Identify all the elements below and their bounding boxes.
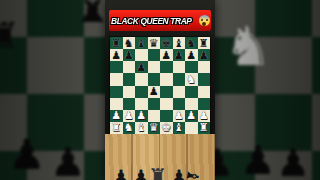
- square-b4: [123, 86, 136, 98]
- tray-rook-icon: ♜: [148, 166, 168, 180]
- black-rook-icon: ♜: [111, 38, 121, 49]
- black-pawn-icon: ♟: [124, 50, 134, 61]
- black-pawn-icon: ♟: [161, 50, 171, 61]
- square-f8: ♝: [173, 37, 186, 49]
- square-c6: ♟: [135, 61, 148, 73]
- black-pawn-icon: ♟: [136, 62, 146, 73]
- square-d1: ♛: [148, 122, 161, 134]
- square-h2: ♟: [198, 110, 211, 122]
- square-e4: [160, 86, 173, 98]
- square-h1: ♜: [198, 122, 211, 134]
- square-f1: ♝: [173, 122, 186, 134]
- square-b3: [123, 98, 136, 110]
- square-d3: [148, 98, 161, 110]
- square-c8: ♝: [135, 37, 148, 49]
- white-bishop-icon: ♝: [174, 122, 184, 133]
- square-a1: ♜: [110, 122, 123, 134]
- white-rook-icon: ♜: [199, 122, 209, 133]
- black-knight-icon: ♞: [186, 38, 196, 49]
- black-pawn-icon: ♟: [149, 86, 159, 97]
- square-c1: ♝: [135, 122, 148, 134]
- tray-pawn-icon: ♟: [112, 167, 130, 180]
- square-d8: ♛: [148, 37, 161, 49]
- square-a8: ♜: [110, 37, 123, 49]
- white-knight-icon: ♞: [186, 74, 196, 85]
- square-e6: [160, 61, 173, 73]
- square-g4: [185, 86, 198, 98]
- black-queen-icon: ♛: [149, 38, 159, 49]
- video-frame[interactable]: ♝ ♜ ♞ ♟ ♟ ♟ ♟ ♟ BLACK QUEEN TRAP ♜♞♝♛♚♝♞…: [0, 0, 320, 180]
- square-e7: ♟: [160, 49, 173, 61]
- square-d6: [148, 61, 161, 73]
- white-pawn-icon: ♟: [186, 110, 196, 121]
- black-pawn-icon: ♟: [174, 50, 184, 61]
- square-a6: [110, 61, 123, 73]
- title-banner: BLACK QUEEN TRAP: [109, 10, 211, 31]
- square-d4: ♟: [148, 86, 161, 98]
- video-strip: BLACK QUEEN TRAP ♜♞♝♛♚♝♞♜♟♟♟♟♟♟♟♞♟♟♟♟♟♟♟…: [105, 0, 215, 180]
- white-pawn-icon: ♟: [136, 110, 146, 121]
- white-bishop-icon: ♝: [136, 122, 146, 133]
- square-f6: [173, 61, 186, 73]
- white-king-icon: ♚: [161, 122, 171, 133]
- square-a5: [110, 73, 123, 85]
- square-a3: [110, 98, 123, 110]
- square-g7: ♟: [185, 49, 198, 61]
- square-f7: ♟: [173, 49, 186, 61]
- square-h4: [198, 86, 211, 98]
- square-d5: [148, 73, 161, 85]
- square-g1: [185, 122, 198, 134]
- banner-title: BLACK QUEEN TRAP: [111, 16, 192, 26]
- square-h8: ♜: [198, 37, 211, 49]
- square-a4: [110, 86, 123, 98]
- black-knight-icon: ♞: [124, 38, 134, 49]
- white-pawn-icon: ♟: [124, 110, 134, 121]
- square-c7: [135, 49, 148, 61]
- square-d7: [148, 49, 161, 61]
- square-b1: ♞: [123, 122, 136, 134]
- square-f3: [173, 98, 186, 110]
- white-pawn-icon: ♟: [174, 110, 184, 121]
- black-pawn-icon: ♟: [111, 50, 121, 61]
- black-bishop-icon: ♝: [136, 38, 146, 49]
- square-e8: ♚: [160, 37, 173, 49]
- white-pawn-icon: ♟: [199, 110, 209, 121]
- square-h6: [198, 61, 211, 73]
- square-h3: [198, 98, 211, 110]
- square-b5: [123, 73, 136, 85]
- white-rook-icon: ♜: [111, 122, 121, 133]
- square-f5: [173, 73, 186, 85]
- chess-board: ♜♞♝♛♚♝♞♜♟♟♟♟♟♟♟♞♟♟♟♟♟♟♟♜♞♝♛♚♝♜: [110, 37, 210, 134]
- square-g3: [185, 98, 198, 110]
- white-queen-icon: ♛: [149, 122, 159, 133]
- square-h5: [198, 73, 211, 85]
- square-b6: [123, 61, 136, 73]
- square-h7: ♟: [198, 49, 211, 61]
- square-c4: [135, 86, 148, 98]
- black-rook-icon: ♜: [199, 38, 209, 49]
- black-pawn-icon: ♟: [199, 50, 209, 61]
- square-e5: [160, 73, 173, 85]
- white-knight-icon: ♞: [124, 122, 134, 133]
- square-g5: ♞: [185, 73, 198, 85]
- white-pawn-icon: ♟: [111, 110, 121, 121]
- table-wood: ♟ ♟ ♜ ♟ ♝: [105, 134, 215, 180]
- square-g2: ♟: [185, 110, 198, 122]
- square-e1: ♚: [160, 122, 173, 134]
- black-king-icon: ♚: [161, 38, 171, 49]
- square-g6: [185, 61, 198, 73]
- black-pawn-icon: ♟: [186, 50, 196, 61]
- square-c5: [135, 73, 148, 85]
- square-f4: [173, 86, 186, 98]
- square-b8: ♞: [123, 37, 136, 49]
- square-g8: ♞: [185, 37, 198, 49]
- square-c3: [135, 98, 148, 110]
- square-e3: [160, 98, 173, 110]
- square-b7: ♟: [123, 49, 136, 61]
- tray-fallen-bishop-icon: ♝: [183, 168, 201, 180]
- square-a2: ♟: [110, 110, 123, 122]
- screaming-emoji-icon: [199, 15, 210, 26]
- black-bishop-icon: ♝: [174, 38, 184, 49]
- square-a7: ♟: [110, 49, 123, 61]
